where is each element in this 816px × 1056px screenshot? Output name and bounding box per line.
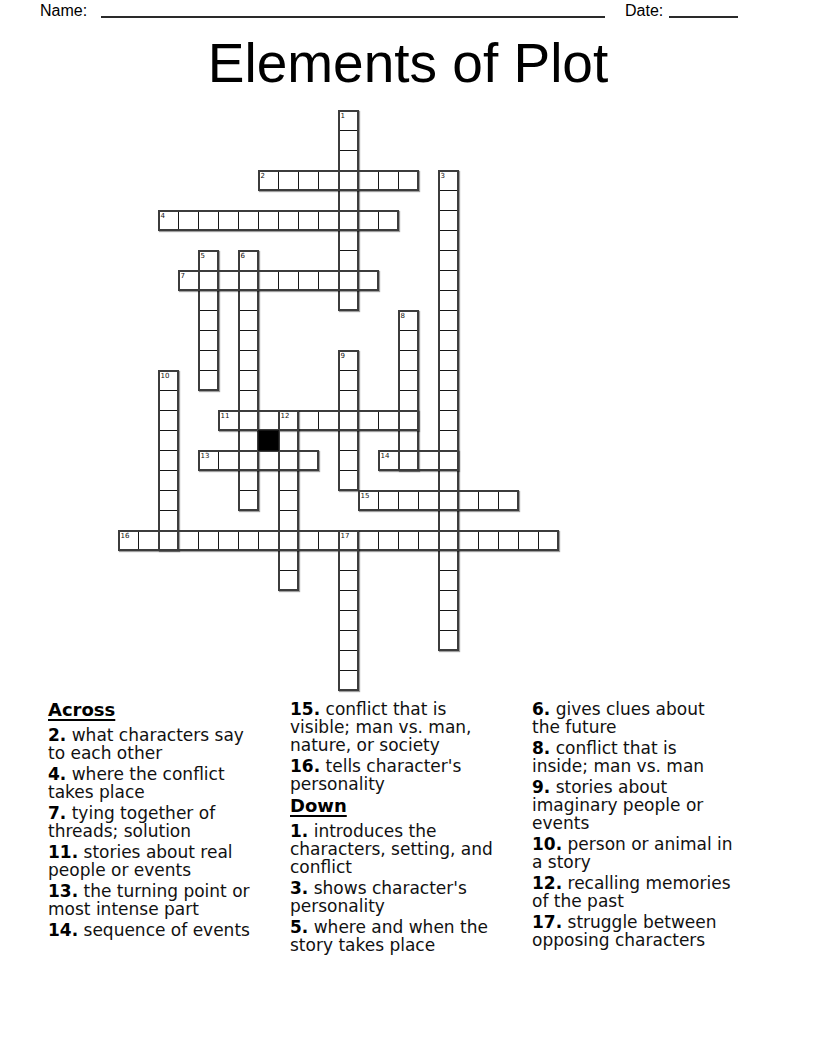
grid-cell[interactable] xyxy=(438,390,459,411)
clue-4: 4. where the conflict takes place xyxy=(48,765,286,801)
grid-cell[interactable] xyxy=(298,410,319,431)
grid-cell[interactable] xyxy=(378,410,399,431)
clue-14: 14. sequence of events xyxy=(48,921,286,939)
grid-cell[interactable] xyxy=(238,350,259,371)
grid-cell[interactable] xyxy=(198,350,219,371)
grid-cell[interactable] xyxy=(438,570,459,591)
grid-cell[interactable] xyxy=(338,350,359,371)
grid-cell[interactable] xyxy=(398,330,419,351)
grid-cell[interactable] xyxy=(258,450,279,471)
grid-cell[interactable] xyxy=(398,310,419,331)
grid-cell[interactable] xyxy=(338,430,359,451)
grid-cell[interactable] xyxy=(238,530,259,551)
grid-cell[interactable] xyxy=(278,570,299,591)
name-input-line[interactable] xyxy=(101,1,605,18)
grid-cell[interactable] xyxy=(438,470,459,491)
grid-cell[interactable] xyxy=(198,250,219,271)
grid-cell[interactable] xyxy=(158,450,179,471)
grid-cell[interactable] xyxy=(338,130,359,151)
grid-cell[interactable] xyxy=(238,450,259,471)
clue-text: gives clues about the future xyxy=(532,699,705,737)
grid-cell[interactable] xyxy=(218,410,239,431)
grid-cell[interactable] xyxy=(198,270,219,291)
grid-cell[interactable] xyxy=(158,210,179,231)
clue-number: 4. xyxy=(48,764,66,784)
grid-cell[interactable] xyxy=(338,110,359,131)
clue-5: 5. where and when the story takes place xyxy=(290,918,528,954)
grid-cell[interactable] xyxy=(378,170,399,191)
grid-cell[interactable] xyxy=(178,270,199,291)
grid-cell[interactable] xyxy=(338,210,359,231)
grid-cell[interactable] xyxy=(138,530,159,551)
grid-cell[interactable] xyxy=(238,470,259,491)
grid-cell[interactable] xyxy=(238,270,259,291)
grid-cell[interactable] xyxy=(298,170,319,191)
grid-cell[interactable] xyxy=(198,450,219,471)
grid-cell[interactable] xyxy=(238,210,259,231)
grid-cell[interactable] xyxy=(398,410,419,431)
grid-cell[interactable] xyxy=(278,170,299,191)
clue-number: 8. xyxy=(532,738,550,758)
grid-cell[interactable] xyxy=(338,250,359,271)
clue-column-1: Across2. what characters say to each oth… xyxy=(48,700,290,957)
grid-cell[interactable] xyxy=(258,210,279,231)
grid-cell[interactable] xyxy=(438,430,459,451)
grid-cell[interactable] xyxy=(538,530,559,551)
grid-cell[interactable] xyxy=(218,270,239,291)
grid-cell[interactable] xyxy=(198,290,219,311)
clue-text: shows character's personality xyxy=(290,878,467,916)
page-header: Name: Date: xyxy=(0,0,816,26)
clue-number: 11. xyxy=(48,842,78,862)
grid-cell[interactable] xyxy=(358,490,379,511)
grid-cell[interactable] xyxy=(218,210,239,231)
clue-number: 1. xyxy=(290,821,308,841)
grid-cell[interactable] xyxy=(278,530,299,551)
grid-cell[interactable] xyxy=(358,410,379,431)
grid-cell[interactable] xyxy=(378,450,399,471)
grid-cell[interactable] xyxy=(318,270,339,291)
clue-number: 7. xyxy=(48,803,66,823)
grid-cell[interactable] xyxy=(438,270,459,291)
grid-cell[interactable] xyxy=(338,630,359,651)
date-label: Date: xyxy=(625,2,663,20)
clue-text: stories about imaginary people or events xyxy=(532,777,703,833)
grid-cell[interactable] xyxy=(358,530,379,551)
grid-cell[interactable] xyxy=(298,450,319,471)
clue-text: sequence of events xyxy=(78,920,250,940)
clue-text: the turning point or most intense part xyxy=(48,881,250,919)
grid-cell[interactable] xyxy=(218,450,239,471)
grid-cell[interactable] xyxy=(338,290,359,311)
clue-text: where the conflict takes place xyxy=(48,764,225,802)
grid-cell[interactable] xyxy=(278,550,299,571)
name-label: Name: xyxy=(40,2,87,20)
crossword-grid: 1234567891011121314151617 xyxy=(118,110,559,691)
grid-cell[interactable] xyxy=(158,410,179,431)
grid-cell[interactable] xyxy=(518,530,539,551)
grid-cell[interactable] xyxy=(158,430,179,451)
grid-cell[interactable] xyxy=(258,270,279,291)
grid-cell[interactable] xyxy=(438,290,459,311)
grid-cell[interactable] xyxy=(438,250,459,271)
grid-cell[interactable] xyxy=(498,530,519,551)
grid-cell[interactable] xyxy=(378,490,399,511)
grid-cell[interactable] xyxy=(438,330,459,351)
grid-cell[interactable] xyxy=(378,530,399,551)
clue-number: 10. xyxy=(532,834,562,854)
clue-15: 15. conflict that is visible; man vs. ma… xyxy=(290,700,528,754)
grid-cell[interactable] xyxy=(238,390,259,411)
grid-cell[interactable] xyxy=(438,170,459,191)
grid-cell[interactable] xyxy=(438,450,459,471)
clue-11: 11. stories about real people or events xyxy=(48,843,286,879)
clue-number: 17. xyxy=(532,912,562,932)
grid-cell[interactable] xyxy=(318,170,339,191)
grid-cell[interactable] xyxy=(338,550,359,571)
grid-cell[interactable] xyxy=(158,370,179,391)
grid-cell[interactable] xyxy=(398,370,419,391)
grid-cell[interactable] xyxy=(278,210,299,231)
worksheet-page: { "game": "crossword", "title": "Element… xyxy=(0,0,816,1056)
grid-cell[interactable] xyxy=(198,330,219,351)
grid-cell[interactable] xyxy=(158,530,179,551)
grid-cell[interactable] xyxy=(338,610,359,631)
grid-cell[interactable] xyxy=(398,530,419,551)
grid-cell[interactable] xyxy=(338,370,359,391)
grid-cell[interactable] xyxy=(338,410,359,431)
clue-12: 12. recalling memories of the past xyxy=(532,874,770,910)
clue-text: recalling memories of the past xyxy=(532,873,731,911)
grid-cell[interactable] xyxy=(338,190,359,211)
grid-cell[interactable] xyxy=(338,270,359,291)
clue-number: 3. xyxy=(290,878,308,898)
grid-cell[interactable] xyxy=(398,490,419,511)
grid-cell[interactable] xyxy=(478,530,499,551)
grid-cell[interactable] xyxy=(238,330,259,351)
clue-text: tying together of threads; solution xyxy=(48,803,215,841)
clue-9: 9. stories about imaginary people or eve… xyxy=(532,778,770,832)
grid-cell[interactable] xyxy=(158,510,179,531)
grid-cell[interactable] xyxy=(218,530,239,551)
grid-cell[interactable] xyxy=(238,410,259,431)
grid-cell[interactable] xyxy=(118,530,139,551)
clue-7: 7. tying together of threads; solution xyxy=(48,804,286,840)
grid-cell[interactable] xyxy=(158,390,179,411)
grid-cell[interactable] xyxy=(298,530,319,551)
grid-cell[interactable] xyxy=(278,410,299,431)
clue-10: 10. person or animal in a story xyxy=(532,835,770,871)
grid-cell[interactable] xyxy=(318,410,339,431)
grid-cell[interactable] xyxy=(418,450,439,471)
date-input-line[interactable] xyxy=(669,1,738,18)
grid-cell[interactable] xyxy=(438,310,459,331)
grid-cell[interactable] xyxy=(438,630,459,651)
grid-cell[interactable] xyxy=(238,250,259,271)
grid-cell[interactable] xyxy=(298,270,319,291)
grid-cell[interactable] xyxy=(338,530,359,551)
grid-cell[interactable] xyxy=(498,490,519,511)
down-heading: Down xyxy=(290,796,532,816)
across-heading: Across xyxy=(48,700,290,720)
clue-1: 1. introduces the characters, setting, a… xyxy=(290,822,528,876)
clue-section: Across2. what characters say to each oth… xyxy=(48,700,788,957)
grid-cell[interactable] xyxy=(418,490,439,511)
grid-cell[interactable] xyxy=(338,390,359,411)
clue-number: 15. xyxy=(290,699,320,719)
clue-number: 14. xyxy=(48,920,78,940)
grid-cell[interactable] xyxy=(458,490,479,511)
clue-8: 8. conflict that is inside; man vs. man xyxy=(532,739,770,775)
grid-cell[interactable] xyxy=(238,370,259,391)
grid-cell[interactable] xyxy=(278,510,299,531)
grid-cell[interactable] xyxy=(258,170,279,191)
grid-cell[interactable] xyxy=(338,470,359,491)
clue-number: 2. xyxy=(48,725,66,745)
grid-cell[interactable] xyxy=(438,350,459,371)
grid-cell[interactable] xyxy=(338,670,359,691)
grid-cell[interactable] xyxy=(458,530,479,551)
clue-number: 12. xyxy=(532,873,562,893)
grid-cell[interactable] xyxy=(438,550,459,571)
grid-cell[interactable] xyxy=(178,210,199,231)
grid-cell[interactable] xyxy=(358,210,379,231)
grid-cell[interactable] xyxy=(338,570,359,591)
grid-cell[interactable] xyxy=(278,470,299,491)
grid-cell[interactable] xyxy=(318,210,339,231)
clue-number: 16. xyxy=(290,756,320,776)
clue-3: 3. shows character's personality xyxy=(290,879,528,915)
clue-number: 13. xyxy=(48,881,78,901)
clue-16: 16. tells character's personality xyxy=(290,757,528,793)
grid-cell[interactable] xyxy=(378,210,399,231)
grid-cell[interactable] xyxy=(198,530,219,551)
grid-cell[interactable] xyxy=(398,170,419,191)
grid-cell[interactable] xyxy=(398,450,419,471)
clue-13: 13. the turning point or most intense pa… xyxy=(48,882,286,918)
clue-17: 17. struggle between opposing characters xyxy=(532,913,770,949)
clue-column-2: 15. conflict that is visible; man vs. ma… xyxy=(290,700,532,957)
grid-cell[interactable] xyxy=(438,410,459,431)
clue-number: 6. xyxy=(532,699,550,719)
clue-2: 2. what characters say to each other xyxy=(48,726,286,762)
grid-cell[interactable] xyxy=(278,450,299,471)
black-cell xyxy=(258,430,279,451)
grid-cell[interactable] xyxy=(438,210,459,231)
grid-cell[interactable] xyxy=(298,210,319,231)
grid-cell[interactable] xyxy=(398,390,419,411)
grid-cell[interactable] xyxy=(338,450,359,471)
grid-cell[interactable] xyxy=(238,290,259,311)
grid-cell[interactable] xyxy=(418,530,439,551)
grid-cell[interactable] xyxy=(158,490,179,511)
grid-cell[interactable] xyxy=(278,490,299,511)
grid-cell[interactable] xyxy=(178,530,199,551)
clue-text: where and when the story takes place xyxy=(290,917,488,955)
grid-cell[interactable] xyxy=(318,530,339,551)
grid-cell[interactable] xyxy=(438,590,459,611)
clue-text: introduces the characters, setting, and … xyxy=(290,821,493,877)
grid-cell[interactable] xyxy=(438,370,459,391)
grid-cell[interactable] xyxy=(398,430,419,451)
clue-text: what characters say to each other xyxy=(48,725,244,763)
grid-cell[interactable] xyxy=(438,190,459,211)
page-title: Elements of Plot xyxy=(0,33,816,93)
grid-cell[interactable] xyxy=(238,430,259,451)
grid-cell[interactable] xyxy=(338,170,359,191)
grid-cell[interactable] xyxy=(338,230,359,251)
grid-cell[interactable] xyxy=(438,230,459,251)
grid-cell[interactable] xyxy=(198,310,219,331)
grid-cell[interactable] xyxy=(278,430,299,451)
grid-cell[interactable] xyxy=(438,510,459,531)
grid-cell[interactable] xyxy=(438,530,459,551)
grid-cell[interactable] xyxy=(358,270,379,291)
grid-cell[interactable] xyxy=(258,530,279,551)
grid-cell[interactable] xyxy=(478,490,499,511)
clue-column-3: 6. gives clues about the future8. confli… xyxy=(532,700,774,957)
clue-text: person or animal in a story xyxy=(532,834,733,872)
grid-cell[interactable] xyxy=(198,210,219,231)
grid-cell[interactable] xyxy=(438,490,459,511)
grid-cell[interactable] xyxy=(238,310,259,331)
grid-cell[interactable] xyxy=(258,410,279,431)
clue-number: 5. xyxy=(290,917,308,937)
grid-cell[interactable] xyxy=(278,270,299,291)
grid-cell[interactable] xyxy=(198,370,219,391)
grid-cell[interactable] xyxy=(438,610,459,631)
grid-cell[interactable] xyxy=(158,470,179,491)
grid-cell[interactable] xyxy=(398,350,419,371)
grid-cell[interactable] xyxy=(338,650,359,671)
clue-number: 9. xyxy=(532,777,550,797)
clue-6: 6. gives clues about the future xyxy=(532,700,770,736)
grid-cell[interactable] xyxy=(238,490,259,511)
grid-cell[interactable] xyxy=(358,170,379,191)
grid-cell[interactable] xyxy=(338,590,359,611)
clue-text: conflict that is inside; man vs. man xyxy=(532,738,704,776)
grid-cell[interactable] xyxy=(338,150,359,171)
